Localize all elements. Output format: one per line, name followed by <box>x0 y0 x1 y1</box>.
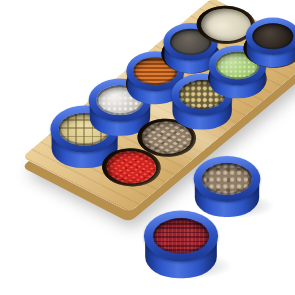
texture-surface-tan-loop-carpet <box>202 163 253 195</box>
texture-cup-black-smooth[interactable] <box>246 18 295 68</box>
cup-rim <box>194 156 261 202</box>
product-photo-stage <box>0 0 295 295</box>
texture-cup-dark-red-weave[interactable] <box>144 210 218 279</box>
texture-surface-black-smooth <box>252 23 293 49</box>
cup-rim <box>144 210 218 261</box>
texture-cup-tan-loop-carpet[interactable] <box>194 156 261 218</box>
cup-rim <box>246 18 295 55</box>
texture-surface-dark-red-weave <box>153 218 209 254</box>
